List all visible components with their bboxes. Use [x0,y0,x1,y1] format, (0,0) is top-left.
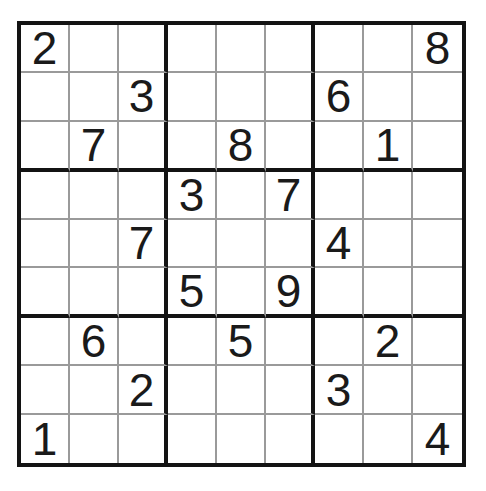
cell-r2c5-empty[interactable] [217,73,266,121]
cell-r4c7-empty[interactable] [315,172,364,220]
cell-r7c9-empty[interactable] [413,318,462,366]
cell-r2c2-empty[interactable] [70,73,119,121]
cell-r8c6-empty[interactable] [266,366,315,414]
cell-r2c8-empty[interactable] [364,73,413,121]
cell-r7c3-empty[interactable] [119,318,168,366]
cell-r5c6-empty[interactable] [266,220,315,268]
cell-r6c2-empty[interactable] [70,268,119,318]
cell-r8c7-given-3[interactable]: 3 [315,366,364,414]
cell-r3c5-given-8[interactable]: 8 [217,122,266,172]
cell-r8c9-empty[interactable] [413,366,462,414]
page-background: { "game": "sudoku", "position": "2......… [0,0,486,491]
cell-r1c7-empty[interactable] [315,25,364,73]
cell-r8c3-given-2[interactable]: 2 [119,366,168,414]
cell-r9c9-given-4[interactable]: 4 [413,415,462,463]
cell-r5c7-given-4[interactable]: 4 [315,220,364,268]
cell-r4c3-empty[interactable] [119,172,168,220]
cell-r5c1-empty[interactable] [21,220,70,268]
cell-r3c1-empty[interactable] [21,122,70,172]
cell-r4c8-empty[interactable] [364,172,413,220]
cell-r1c5-empty[interactable] [217,25,266,73]
cell-r3c2-given-7[interactable]: 7 [70,122,119,172]
cell-r4c6-given-7[interactable]: 7 [266,172,315,220]
cell-r9c6-empty[interactable] [266,415,315,463]
cell-r9c7-empty[interactable] [315,415,364,463]
cell-r8c1-empty[interactable] [21,366,70,414]
cell-r2c6-empty[interactable] [266,73,315,121]
cell-r7c6-empty[interactable] [266,318,315,366]
cell-r3c9-empty[interactable] [413,122,462,172]
cell-r4c4-given-3[interactable]: 3 [168,172,217,220]
cell-r8c4-empty[interactable] [168,366,217,414]
cell-r4c5-empty[interactable] [217,172,266,220]
sudoku-board: 28367813774596522314 [17,21,466,467]
cell-r8c2-empty[interactable] [70,366,119,414]
cell-r1c1-given-2[interactable]: 2 [21,25,70,73]
cell-r6c6-given-9[interactable]: 9 [266,268,315,318]
cell-r9c3-empty[interactable] [119,415,168,463]
cell-r9c2-empty[interactable] [70,415,119,463]
cell-r7c2-given-6[interactable]: 6 [70,318,119,366]
cell-r3c3-empty[interactable] [119,122,168,172]
cell-r7c7-empty[interactable] [315,318,364,366]
cell-r5c2-empty[interactable] [70,220,119,268]
cell-r5c8-empty[interactable] [364,220,413,268]
cell-r7c1-empty[interactable] [21,318,70,366]
cell-r3c4-empty[interactable] [168,122,217,172]
cell-r4c2-empty[interactable] [70,172,119,220]
cell-r5c3-given-7[interactable]: 7 [119,220,168,268]
cell-r9c5-empty[interactable] [217,415,266,463]
cell-r7c8-given-2[interactable]: 2 [364,318,413,366]
cell-r6c3-empty[interactable] [119,268,168,318]
cell-r6c8-empty[interactable] [364,268,413,318]
cell-r6c7-empty[interactable] [315,268,364,318]
cell-r6c4-given-5[interactable]: 5 [168,268,217,318]
cell-r2c9-empty[interactable] [413,73,462,121]
cell-r1c8-empty[interactable] [364,25,413,73]
cell-r4c1-empty[interactable] [21,172,70,220]
cell-r2c7-given-6[interactable]: 6 [315,73,364,121]
cell-r1c9-given-8[interactable]: 8 [413,25,462,73]
cell-r9c8-empty[interactable] [364,415,413,463]
cell-r8c5-empty[interactable] [217,366,266,414]
cell-r3c8-given-1[interactable]: 1 [364,122,413,172]
cell-r5c9-empty[interactable] [413,220,462,268]
cell-r3c6-empty[interactable] [266,122,315,172]
cell-r6c5-empty[interactable] [217,268,266,318]
cell-r7c5-given-5[interactable]: 5 [217,318,266,366]
cell-r9c1-given-1[interactable]: 1 [21,415,70,463]
cell-r1c6-empty[interactable] [266,25,315,73]
cell-r5c5-empty[interactable] [217,220,266,268]
cell-r1c2-empty[interactable] [70,25,119,73]
cell-r4c9-empty[interactable] [413,172,462,220]
cell-r8c8-empty[interactable] [364,366,413,414]
cell-r9c4-empty[interactable] [168,415,217,463]
cell-r7c4-empty[interactable] [168,318,217,366]
cell-r6c1-empty[interactable] [21,268,70,318]
cell-r1c3-empty[interactable] [119,25,168,73]
cell-r2c3-given-3[interactable]: 3 [119,73,168,121]
cell-r5c4-empty[interactable] [168,220,217,268]
cell-r2c4-empty[interactable] [168,73,217,121]
cell-r6c9-empty[interactable] [413,268,462,318]
cell-r1c4-empty[interactable] [168,25,217,73]
cell-r3c7-empty[interactable] [315,122,364,172]
cell-r2c1-empty[interactable] [21,73,70,121]
